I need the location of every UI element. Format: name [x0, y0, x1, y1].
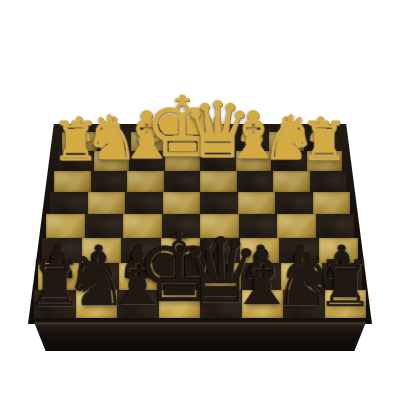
square-b6: [279, 238, 319, 263]
rank-squares-1: [62, 132, 338, 151]
square-b1: [269, 132, 304, 151]
square-e5: [162, 214, 201, 238]
square-h5: [46, 214, 85, 238]
square-h8: [34, 290, 76, 318]
square-a4: [313, 192, 351, 214]
square-e2: [165, 151, 201, 171]
square-a5: [316, 214, 355, 238]
rank-row-4: [50, 192, 350, 214]
board-box-base: [34, 322, 366, 351]
rank-row-8: ♜♞♝♚♛♝♞♜: [34, 290, 366, 318]
square-c5: [239, 214, 278, 238]
square-g1: [97, 132, 132, 151]
rank-squares-7: [38, 263, 362, 290]
rank-squares-3: [54, 171, 346, 192]
square-d4: [200, 192, 238, 214]
square-g3: [91, 171, 128, 192]
board-squares: ♟♟♟♟♟♟♟♟♜♞♝♚♛♝♞♜♟♟♟♟♟♟♟♟♜♞♝♚♛♝♞♜: [28, 124, 372, 318]
square-h6: [42, 238, 82, 263]
rank-squares-2: [58, 151, 342, 171]
rank-row-2: ♜♞♝♚♛♝♞♜: [58, 151, 342, 171]
chess-board: ♟♟♟♟♟♟♟♟♜♞♝♚♛♝♞♜♟♟♟♟♟♟♟♟♜♞♝♚♛♝♞♜: [28, 124, 372, 364]
square-d3: [200, 171, 237, 192]
square-b5: [277, 214, 316, 238]
rank-row-5: [46, 214, 354, 238]
square-h4: [50, 192, 88, 214]
square-a3: [310, 171, 347, 192]
square-a7: [322, 263, 363, 290]
square-e3: [164, 171, 201, 192]
rank-row-7: ♟♟♟♟♟♟♟♟: [38, 263, 362, 290]
square-e7: [160, 263, 201, 290]
square-e8: [159, 290, 201, 318]
square-h7: [38, 263, 79, 290]
square-c3: [237, 171, 274, 192]
rank-row-3: [54, 171, 346, 192]
square-d8: [200, 290, 242, 318]
square-f5: [123, 214, 162, 238]
square-f4: [125, 192, 163, 214]
product-photo-scene: ♟♟♟♟♟♟♟♟♜♞♝♚♛♝♞♜♟♟♟♟♟♟♟♟♜♞♝♚♛♝♞♜: [0, 0, 400, 400]
square-f6: [121, 238, 161, 263]
rank-row-1: ♟♟♟♟♟♟♟♟: [62, 132, 338, 151]
square-a2: [307, 151, 343, 171]
square-d7: [200, 263, 241, 290]
square-g2: [94, 151, 130, 171]
square-a1: [304, 132, 339, 151]
rank-squares-4: [50, 192, 350, 214]
square-a6: [319, 238, 359, 263]
square-f8: [117, 290, 159, 318]
square-c2: [236, 151, 272, 171]
square-b4: [275, 192, 313, 214]
square-d6: [200, 238, 240, 263]
square-f1: [131, 132, 166, 151]
square-c6: [240, 238, 280, 263]
square-e6: [161, 238, 201, 263]
square-b2: [271, 151, 307, 171]
square-c1: [235, 132, 270, 151]
square-d5: [200, 214, 239, 238]
square-a8: [325, 290, 367, 318]
square-e1: [166, 132, 201, 151]
square-d2: [200, 151, 236, 171]
square-h2: [58, 151, 94, 171]
square-d1: [200, 132, 235, 151]
square-f2: [129, 151, 165, 171]
square-c4: [238, 192, 276, 214]
rank-squares-8: [34, 290, 366, 318]
rank-squares-6: [42, 238, 358, 263]
rank-squares-5: [46, 214, 354, 238]
square-h3: [54, 171, 91, 192]
square-c7: [241, 263, 282, 290]
square-c8: [242, 290, 284, 318]
square-f3: [127, 171, 164, 192]
square-g7: [79, 263, 120, 290]
square-g6: [82, 238, 122, 263]
square-g5: [85, 214, 124, 238]
square-b3: [273, 171, 310, 192]
square-b7: [281, 263, 322, 290]
square-f7: [119, 263, 160, 290]
square-e4: [163, 192, 201, 214]
square-b8: [283, 290, 325, 318]
square-g8: [76, 290, 118, 318]
rank-row-6: [42, 238, 358, 263]
square-h1: [62, 132, 97, 151]
square-g4: [88, 192, 126, 214]
